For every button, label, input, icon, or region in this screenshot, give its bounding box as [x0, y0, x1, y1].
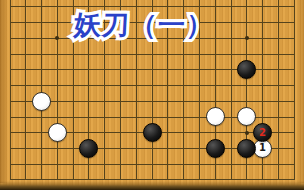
move-number-label: 1 — [259, 143, 266, 153]
white-stone — [237, 107, 256, 126]
white-stone — [206, 107, 225, 126]
black-stone-cell — [144, 125, 160, 141]
board-right-edge-shadow — [297, 0, 304, 183]
move-number-label: 2 — [259, 128, 266, 138]
white-stone-cell — [239, 109, 255, 125]
board-left-edge-shadow — [0, 0, 8, 183]
black-stone-cell — [239, 62, 255, 78]
white-stone — [48, 123, 67, 142]
white-stone-cell — [207, 109, 223, 125]
star-point — [239, 30, 255, 46]
black-stone-cell — [207, 140, 223, 156]
black-stone — [206, 139, 225, 158]
black-stone-cell — [81, 140, 97, 156]
diagram-title-text: 妖刀（一） — [73, 6, 215, 44]
black-stone-cell — [239, 140, 255, 156]
black-stone-cell: 2 — [255, 125, 271, 141]
star-point — [49, 30, 65, 46]
star-point-dot — [245, 131, 249, 135]
star-point-dot — [245, 36, 249, 40]
board-bottom-edge — [0, 181, 304, 190]
black-stone: 2 — [253, 123, 272, 142]
black-stone — [237, 60, 256, 79]
white-stone-cell — [34, 93, 50, 109]
black-stone — [79, 139, 98, 158]
star-point-dot — [55, 36, 59, 40]
go-diagram-frame: 12 妖刀（一） 妖刀（一） — [0, 0, 304, 190]
white-stone-cell — [49, 125, 65, 141]
black-stone — [237, 139, 256, 158]
white-stone — [32, 92, 51, 111]
white-stone-cell: 1 — [255, 140, 271, 156]
black-stone — [143, 123, 162, 142]
